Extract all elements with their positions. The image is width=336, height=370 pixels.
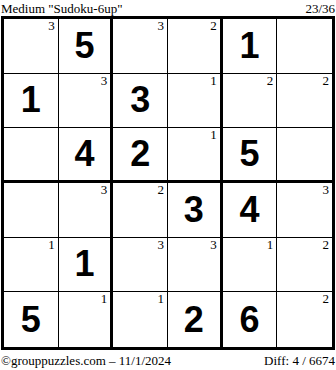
cell-r4c1[interactable] — [4, 183, 59, 238]
cell-r3c6[interactable] — [277, 128, 332, 183]
cell-r1c5[interactable]: 1 — [223, 19, 278, 74]
given-digit: 6 — [239, 302, 259, 338]
corner-mark: 2 — [267, 73, 274, 88]
corner-mark: 2 — [323, 73, 330, 88]
cell-r6c6[interactable]: 2 — [277, 292, 332, 347]
corner-mark: 3 — [210, 237, 217, 252]
copyright-text: ©grouppuzzles.com – 11/1/2024 — [0, 353, 171, 369]
corner-mark: 1 — [158, 291, 165, 306]
corner-mark: 3 — [158, 18, 165, 33]
corner-mark: 1 — [101, 291, 108, 306]
cell-r4c3[interactable]: 2 — [113, 183, 168, 238]
corner-mark: 2 — [210, 18, 217, 33]
header: Medium "Sudoku-6up" 23/36 — [0, 0, 336, 16]
cell-r6c5[interactable]: 6 — [223, 292, 278, 347]
corner-mark: 1 — [210, 127, 217, 142]
given-digit: 3 — [130, 82, 150, 118]
corner-mark: 2 — [323, 237, 330, 252]
cell-r3c5[interactable]: 5 — [223, 128, 278, 183]
cell-r1c2[interactable]: 5 — [59, 19, 114, 74]
cell-r6c3[interactable]: 1 — [113, 292, 168, 347]
corner-mark: 1 — [267, 237, 274, 252]
cell-r2c2[interactable]: 3 — [59, 74, 114, 129]
cell-r4c6[interactable]: 3 — [277, 183, 332, 238]
cell-r6c1[interactable]: 5 — [4, 292, 59, 347]
cell-r5c3[interactable]: 3 — [113, 238, 168, 293]
given-digit: 1 — [239, 28, 259, 64]
given-digit: 4 — [74, 136, 94, 172]
cell-r4c2[interactable]: 3 — [59, 183, 114, 238]
puzzle-progress-counter: 23/36 — [305, 1, 336, 16]
corner-mark: 1 — [210, 73, 217, 88]
cell-r6c2[interactable]: 1 — [59, 292, 114, 347]
corner-mark: 3 — [101, 182, 108, 197]
given-digit: 1 — [21, 82, 41, 118]
cell-r2c1[interactable]: 1 — [4, 74, 59, 129]
cell-r3c4[interactable]: 1 — [168, 128, 223, 183]
puzzle-title: Medium "Sudoku-6up" — [0, 1, 122, 16]
corner-mark: 3 — [323, 182, 330, 197]
given-digit: 4 — [239, 192, 259, 228]
corner-mark: 3 — [158, 237, 165, 252]
footer: ©grouppuzzles.com – 11/1/2024 Diff: 4 / … — [0, 351, 336, 370]
cell-r2c5[interactable]: 2 — [223, 74, 278, 129]
corner-mark: 3 — [48, 18, 55, 33]
given-digit: 5 — [21, 302, 41, 338]
given-digit: 1 — [74, 246, 94, 282]
given-digit: 3 — [184, 192, 204, 228]
cell-r1c6[interactable] — [277, 19, 332, 74]
cell-r2c6[interactable]: 2 — [277, 74, 332, 129]
cell-r3c3[interactable]: 2 — [113, 128, 168, 183]
cell-r5c6[interactable]: 2 — [277, 238, 332, 293]
cell-r5c4[interactable]: 3 — [168, 238, 223, 293]
cell-r5c2[interactable]: 1 — [59, 238, 114, 293]
cell-r1c3[interactable]: 3 — [113, 19, 168, 74]
given-digit: 5 — [239, 136, 259, 172]
cell-r2c3[interactable]: 3 — [113, 74, 168, 129]
cell-r2c4[interactable]: 1 — [168, 74, 223, 129]
cell-r1c1[interactable]: 3 — [4, 19, 59, 74]
corner-mark: 1 — [48, 237, 55, 252]
cell-r5c5[interactable]: 1 — [223, 238, 278, 293]
cell-r4c5[interactable]: 4 — [223, 183, 278, 238]
puzzle-page: Medium "Sudoku-6up" 23/36 35321133122421… — [0, 0, 336, 370]
given-digit: 2 — [184, 302, 204, 338]
cell-r3c1[interactable] — [4, 128, 59, 183]
corner-mark: 3 — [101, 73, 108, 88]
cell-r5c1[interactable]: 1 — [4, 238, 59, 293]
given-digit: 5 — [74, 28, 94, 64]
given-digit: 2 — [130, 136, 150, 172]
corner-mark: 2 — [158, 182, 165, 197]
corner-mark: 2 — [323, 291, 330, 306]
cell-r3c2[interactable]: 4 — [59, 128, 114, 183]
sudoku-board: 35321133122421532343113312511262 — [1, 16, 335, 350]
difficulty-text: Diff: 4 / 6674 — [264, 353, 336, 369]
cell-r4c4[interactable]: 3 — [168, 183, 223, 238]
cell-r6c4[interactable]: 2 — [168, 292, 223, 347]
cell-r1c4[interactable]: 2 — [168, 19, 223, 74]
